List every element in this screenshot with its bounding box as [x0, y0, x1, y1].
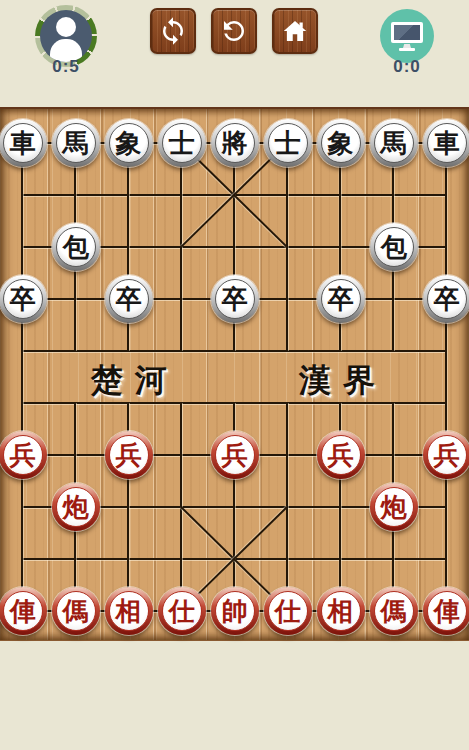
piece-character: 車 [10, 130, 36, 156]
piece-character: 將 [222, 130, 248, 156]
board-point-b0[interactable]: 傌 [49, 585, 102, 637]
piece-red-elephant[interactable]: 相 [317, 587, 365, 635]
piece-red-soldier[interactable]: 兵 [211, 431, 259, 479]
piece-character: 傌 [381, 598, 407, 624]
board-point-a6[interactable]: 卒 [0, 273, 49, 325]
board-point-i7[interactable] [420, 221, 469, 273]
piece-character: 卒 [10, 286, 36, 312]
piece-black-soldier[interactable]: 卒 [0, 275, 47, 323]
piece-black-advisor[interactable]: 士 [264, 119, 312, 167]
board-point-c4[interactable] [102, 377, 155, 429]
board-point-i1[interactable] [420, 533, 469, 585]
board-point-a1[interactable] [0, 533, 49, 585]
piece-face: 兵 [109, 435, 149, 475]
piece-character: 兵 [10, 442, 36, 468]
piece-face: 卒 [3, 279, 43, 319]
board-point-d9[interactable]: 士 [155, 117, 208, 169]
board-point-a0[interactable]: 俥 [0, 585, 49, 637]
board-point-d1[interactable] [155, 533, 208, 585]
board-point-e9[interactable]: 將 [208, 117, 261, 169]
board-point-c5[interactable] [102, 325, 155, 377]
board-point-e2[interactable] [208, 481, 261, 533]
piece-character: 車 [434, 130, 460, 156]
piece-character: 兵 [328, 442, 354, 468]
board-point-c6[interactable]: 卒 [102, 273, 155, 325]
player-avatar [40, 10, 92, 62]
piece-red-chariot[interactable]: 俥 [423, 587, 469, 635]
board-point-h6[interactable] [367, 273, 420, 325]
piece-black-chariot[interactable]: 車 [0, 119, 47, 167]
piece-character: 包 [63, 234, 89, 260]
player-clock: 0:5 [35, 57, 97, 77]
piece-face: 相 [321, 591, 361, 631]
piece-character: 卒 [434, 286, 460, 312]
board-point-c1[interactable] [102, 533, 155, 585]
board-point-a9[interactable]: 車 [0, 117, 49, 169]
board-point-e4[interactable] [208, 377, 261, 429]
board-point-a4[interactable] [0, 377, 49, 429]
board-point-h9[interactable]: 馬 [367, 117, 420, 169]
piece-face: 馬 [374, 123, 414, 163]
piece-face: 兵 [215, 435, 255, 475]
piece-face: 兵 [321, 435, 361, 475]
piece-face: 馬 [56, 123, 96, 163]
board-point-b2[interactable]: 炮 [49, 481, 102, 533]
board-point-i3[interactable]: 兵 [420, 429, 469, 481]
xiangqi-board: 楚河 漢界 車馬象士將士象馬車包包卒卒卒卒卒兵兵兵兵兵炮炮俥傌相仕帥仕相傌俥 [0, 107, 469, 641]
piece-face: 包 [56, 227, 96, 267]
board-point-d5[interactable] [155, 325, 208, 377]
piece-red-advisor[interactable]: 仕 [264, 587, 312, 635]
board-point-f8[interactable] [261, 169, 314, 221]
home-icon [280, 16, 310, 46]
board-point-i5[interactable] [420, 325, 469, 377]
person-icon [56, 17, 76, 37]
piece-red-cannon[interactable]: 炮 [370, 483, 418, 531]
board-point-d8[interactable] [155, 169, 208, 221]
piece-red-general[interactable]: 帥 [211, 587, 259, 635]
piece-black-soldier[interactable]: 卒 [211, 275, 259, 323]
piece-face: 包 [374, 227, 414, 267]
piece-character: 卒 [328, 286, 354, 312]
board-point-e6[interactable]: 卒 [208, 273, 261, 325]
board-point-b3[interactable] [49, 429, 102, 481]
piece-face: 將 [215, 123, 255, 163]
piece-character: 兵 [116, 442, 142, 468]
computer-monitor-icon [391, 22, 423, 43]
board-point-a2[interactable] [0, 481, 49, 533]
board-point-a5[interactable] [0, 325, 49, 377]
piece-red-soldier[interactable]: 兵 [317, 431, 365, 479]
board-point-i0[interactable]: 俥 [420, 585, 469, 637]
piece-character: 士 [275, 130, 301, 156]
piece-character: 相 [116, 598, 142, 624]
board-point-a7[interactable] [0, 221, 49, 273]
board-point-a8[interactable] [0, 169, 49, 221]
piece-face: 士 [162, 123, 202, 163]
top-bar: 0:5 0:0 [0, 0, 469, 107]
board-point-f0[interactable]: 仕 [261, 585, 314, 637]
piece-character: 兵 [434, 442, 460, 468]
board-point-i4[interactable] [420, 377, 469, 429]
piece-black-cannon[interactable]: 包 [52, 223, 100, 271]
board-point-c3[interactable]: 兵 [102, 429, 155, 481]
piece-face: 俥 [427, 591, 467, 631]
piece-red-soldier[interactable]: 兵 [105, 431, 153, 479]
piece-character: 馬 [381, 130, 407, 156]
board-point-d7[interactable] [155, 221, 208, 273]
piece-black-elephant[interactable]: 象 [105, 119, 153, 167]
board-point-f9[interactable]: 士 [261, 117, 314, 169]
board-point-b5[interactable] [49, 325, 102, 377]
piece-black-soldier[interactable]: 卒 [105, 275, 153, 323]
piece-character: 士 [169, 130, 195, 156]
board-point-b1[interactable] [49, 533, 102, 585]
home-button[interactable] [272, 8, 318, 54]
board-point-f2[interactable] [261, 481, 314, 533]
piece-character: 炮 [63, 494, 89, 520]
piece-black-general[interactable]: 將 [211, 119, 259, 167]
piece-character: 俥 [434, 598, 460, 624]
piece-black-horse[interactable]: 馬 [52, 119, 100, 167]
piece-face: 象 [109, 123, 149, 163]
board-point-g2[interactable] [314, 481, 367, 533]
opponent-badge [380, 9, 434, 63]
piece-black-soldier[interactable]: 卒 [423, 275, 469, 323]
piece-face: 帥 [215, 591, 255, 631]
piece-character: 炮 [381, 494, 407, 520]
piece-red-horse[interactable]: 傌 [52, 587, 100, 635]
piece-face: 兵 [427, 435, 467, 475]
board-point-b8[interactable] [49, 169, 102, 221]
board-point-i6[interactable]: 卒 [420, 273, 469, 325]
piece-face: 卒 [109, 279, 149, 319]
piece-face: 卒 [215, 279, 255, 319]
board-point-e1[interactable] [208, 533, 261, 585]
piece-red-chariot[interactable]: 俥 [0, 587, 47, 635]
board-point-f5[interactable] [261, 325, 314, 377]
piece-face: 相 [109, 591, 149, 631]
pieces-grid: 車馬象士將士象馬車包包卒卒卒卒卒兵兵兵兵兵炮炮俥傌相仕帥仕相傌俥 [0, 117, 469, 637]
piece-red-soldier[interactable]: 兵 [0, 431, 47, 479]
board-point-c2[interactable] [102, 481, 155, 533]
piece-character: 象 [116, 130, 142, 156]
piece-character: 象 [328, 130, 354, 156]
monitor-base [399, 48, 415, 51]
board-point-d6[interactable] [155, 273, 208, 325]
board-point-g1[interactable] [314, 533, 367, 585]
flip-board-button[interactable] [150, 8, 196, 54]
board-point-g0[interactable]: 相 [314, 585, 367, 637]
board-point-c0[interactable]: 相 [102, 585, 155, 637]
piece-face: 傌 [56, 591, 96, 631]
piece-character: 傌 [63, 598, 89, 624]
piece-character: 兵 [222, 442, 248, 468]
board-point-b7[interactable]: 包 [49, 221, 102, 273]
piece-face: 仕 [162, 591, 202, 631]
board-point-d4[interactable] [155, 377, 208, 429]
monitor-screen [394, 25, 420, 40]
undo-arrow-icon [219, 16, 249, 46]
piece-character: 卒 [116, 286, 142, 312]
undo-button[interactable] [211, 8, 257, 54]
piece-face: 車 [427, 123, 467, 163]
board-point-i8[interactable] [420, 169, 469, 221]
piece-black-horse[interactable]: 馬 [370, 119, 418, 167]
piece-character: 馬 [63, 130, 89, 156]
piece-black-elephant[interactable]: 象 [317, 119, 365, 167]
piece-face: 車 [3, 123, 43, 163]
board-point-i2[interactable] [420, 481, 469, 533]
piece-face: 士 [268, 123, 308, 163]
board-point-b9[interactable]: 馬 [49, 117, 102, 169]
piece-black-cannon[interactable]: 包 [370, 223, 418, 271]
piece-red-soldier[interactable]: 兵 [423, 431, 469, 479]
board-point-e3[interactable]: 兵 [208, 429, 261, 481]
board-point-h2[interactable]: 炮 [367, 481, 420, 533]
board-point-d0[interactable]: 仕 [155, 585, 208, 637]
board-point-c8[interactable] [102, 169, 155, 221]
xiangqi-app: { "game": "xiangqi", "top_bar": { "playe… [0, 0, 469, 750]
piece-red-cannon[interactable]: 炮 [52, 483, 100, 531]
board-point-d2[interactable] [155, 481, 208, 533]
board-point-a3[interactable]: 兵 [0, 429, 49, 481]
board-point-g4[interactable] [314, 377, 367, 429]
board-point-f7[interactable] [261, 221, 314, 273]
board-point-i9[interactable]: 車 [420, 117, 469, 169]
piece-face: 俥 [3, 591, 43, 631]
board-point-h3[interactable] [367, 429, 420, 481]
piece-character: 卒 [222, 286, 248, 312]
board-point-h0[interactable]: 傌 [367, 585, 420, 637]
board-point-f4[interactable] [261, 377, 314, 429]
piece-red-elephant[interactable]: 相 [105, 587, 153, 635]
opponent-clock: 0:0 [376, 57, 438, 77]
piece-character: 俥 [10, 598, 36, 624]
piece-face: 仕 [268, 591, 308, 631]
piece-character: 帥 [222, 598, 248, 624]
board-point-g3[interactable]: 兵 [314, 429, 367, 481]
board-point-d3[interactable] [155, 429, 208, 481]
board-point-f3[interactable] [261, 429, 314, 481]
piece-red-horse[interactable]: 傌 [370, 587, 418, 635]
piece-face: 炮 [56, 487, 96, 527]
board-point-e0[interactable]: 帥 [208, 585, 261, 637]
board-point-h8[interactable] [367, 169, 420, 221]
sync-arrows-icon [158, 16, 188, 46]
board-point-c7[interactable] [102, 221, 155, 273]
piece-face: 傌 [374, 591, 414, 631]
piece-character: 包 [381, 234, 407, 260]
piece-face: 卒 [427, 279, 467, 319]
board-point-g5[interactable] [314, 325, 367, 377]
piece-character: 相 [328, 598, 354, 624]
board-point-g9[interactable]: 象 [314, 117, 367, 169]
piece-black-advisor[interactable]: 士 [158, 119, 206, 167]
board-point-h4[interactable] [367, 377, 420, 429]
board-point-h1[interactable] [367, 533, 420, 585]
board-point-f6[interactable] [261, 273, 314, 325]
piece-character: 仕 [169, 598, 195, 624]
piece-face: 卒 [321, 279, 361, 319]
board-point-b4[interactable] [49, 377, 102, 429]
piece-character: 仕 [275, 598, 301, 624]
piece-face: 炮 [374, 487, 414, 527]
piece-black-chariot[interactable]: 車 [423, 119, 469, 167]
board-point-f1[interactable] [261, 533, 314, 585]
piece-black-soldier[interactable]: 卒 [317, 275, 365, 323]
board-point-h7[interactable]: 包 [367, 221, 420, 273]
board-point-e5[interactable] [208, 325, 261, 377]
piece-red-advisor[interactable]: 仕 [158, 587, 206, 635]
board-point-e7[interactable] [208, 221, 261, 273]
board-point-e8[interactable] [208, 169, 261, 221]
piece-face: 兵 [3, 435, 43, 475]
piece-face: 象 [321, 123, 361, 163]
board-point-b6[interactable] [49, 273, 102, 325]
board-point-g8[interactable] [314, 169, 367, 221]
board-point-g6[interactable]: 卒 [314, 273, 367, 325]
board-point-h5[interactable] [367, 325, 420, 377]
board-point-g7[interactable] [314, 221, 367, 273]
board-point-c9[interactable]: 象 [102, 117, 155, 169]
